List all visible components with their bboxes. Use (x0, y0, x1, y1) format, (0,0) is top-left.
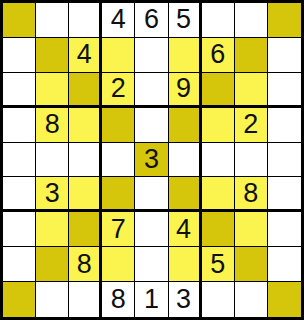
cell-r5c1[interactable] (3, 143, 36, 178)
cell-r4c9[interactable] (268, 108, 301, 143)
cell-r4c3[interactable] (69, 108, 102, 143)
cell-r4c7[interactable] (202, 108, 235, 143)
cell-r8c6[interactable] (169, 247, 202, 282)
cell-r5c3[interactable] (69, 143, 102, 178)
cell-r1c6[interactable]: 5 (169, 3, 202, 38)
cell-r8c9[interactable] (268, 247, 301, 282)
cell-r8c4[interactable] (102, 247, 135, 282)
cell-r9c1[interactable] (3, 282, 36, 317)
cell-r7c4[interactable]: 7 (102, 212, 135, 247)
cell-r2c7[interactable]: 6 (202, 38, 235, 73)
cell-r3c4[interactable]: 2 (102, 73, 135, 108)
cell-r9c3[interactable] (69, 282, 102, 317)
cell-r9c6[interactable]: 3 (169, 282, 202, 317)
cell-r6c5[interactable] (135, 177, 168, 212)
cell-r9c9[interactable] (268, 282, 301, 317)
cell-r1c8[interactable] (235, 3, 268, 38)
cell-r2c8[interactable] (235, 38, 268, 73)
cell-r1c5[interactable]: 6 (135, 3, 168, 38)
cell-r5c9[interactable] (268, 143, 301, 178)
cell-r6c3[interactable] (69, 177, 102, 212)
cell-r9c7[interactable] (202, 282, 235, 317)
cell-r3c6[interactable]: 9 (169, 73, 202, 108)
cell-r7c8[interactable] (235, 212, 268, 247)
cell-r7c9[interactable] (268, 212, 301, 247)
cell-r7c3[interactable] (69, 212, 102, 247)
cell-r7c1[interactable] (3, 212, 36, 247)
cell-r6c2[interactable]: 3 (36, 177, 69, 212)
cell-r3c1[interactable] (3, 73, 36, 108)
cell-r2c5[interactable] (135, 38, 168, 73)
cell-r1c7[interactable] (202, 3, 235, 38)
cell-r7c7[interactable] (202, 212, 235, 247)
cell-r7c5[interactable] (135, 212, 168, 247)
cell-r3c7[interactable] (202, 73, 235, 108)
cell-r7c6[interactable]: 4 (169, 212, 202, 247)
cell-r4c1[interactable] (3, 108, 36, 143)
cell-r1c4[interactable]: 4 (102, 3, 135, 38)
cell-r8c2[interactable] (36, 247, 69, 282)
cell-r6c4[interactable] (102, 177, 135, 212)
cell-r3c2[interactable] (36, 73, 69, 108)
cell-r1c3[interactable] (69, 3, 102, 38)
cell-r2c4[interactable] (102, 38, 135, 73)
cell-r6c9[interactable] (268, 177, 301, 212)
cell-r4c4[interactable] (102, 108, 135, 143)
cell-r4c8[interactable]: 2 (235, 108, 268, 143)
cell-r8c7[interactable]: 5 (202, 247, 235, 282)
cell-r6c1[interactable] (3, 177, 36, 212)
cell-r4c5[interactable] (135, 108, 168, 143)
cell-r6c7[interactable] (202, 177, 235, 212)
cell-r1c1[interactable] (3, 3, 36, 38)
cell-r3c9[interactable] (268, 73, 301, 108)
cell-r7c2[interactable] (36, 212, 69, 247)
cell-r2c3[interactable]: 4 (69, 38, 102, 73)
cell-r8c3[interactable]: 8 (69, 247, 102, 282)
cell-r4c2[interactable]: 8 (36, 108, 69, 143)
cell-r8c5[interactable] (135, 247, 168, 282)
cell-r2c9[interactable] (268, 38, 301, 73)
cell-r8c8[interactable] (235, 247, 268, 282)
cell-r8c1[interactable] (3, 247, 36, 282)
cell-r4c6[interactable] (169, 108, 202, 143)
cell-r9c8[interactable] (235, 282, 268, 317)
cell-r6c6[interactable] (169, 177, 202, 212)
cell-r5c7[interactable] (202, 143, 235, 178)
cell-r6c8[interactable]: 8 (235, 177, 268, 212)
cell-r3c5[interactable] (135, 73, 168, 108)
cell-r1c2[interactable] (36, 3, 69, 38)
cell-r9c2[interactable] (36, 282, 69, 317)
cell-r3c8[interactable] (235, 73, 268, 108)
cell-r3c3[interactable] (69, 73, 102, 108)
cell-r2c2[interactable] (36, 38, 69, 73)
cell-r9c5[interactable]: 1 (135, 282, 168, 317)
cell-r5c8[interactable] (235, 143, 268, 178)
cell-r5c4[interactable] (102, 143, 135, 178)
cell-r2c6[interactable] (169, 38, 202, 73)
cell-r2c1[interactable] (3, 38, 36, 73)
cell-r5c2[interactable] (36, 143, 69, 178)
cell-r9c4[interactable]: 8 (102, 282, 135, 317)
cell-r5c5[interactable]: 3 (135, 143, 168, 178)
sudoku-board: 4654629823387485813 (0, 0, 304, 320)
cell-r1c9[interactable] (268, 3, 301, 38)
cell-r5c6[interactable] (169, 143, 202, 178)
